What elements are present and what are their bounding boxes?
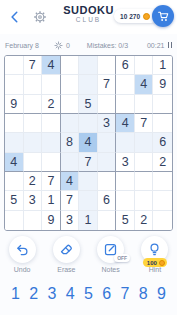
cell-r1c3[interactable]: 4 <box>42 56 61 75</box>
cell-r8c9[interactable] <box>153 191 172 210</box>
cell-r5c8[interactable] <box>135 133 154 152</box>
hint-cost-badge: 100 <box>143 258 167 267</box>
cell-r8c1[interactable]: 5 <box>5 191 24 210</box>
toolbar: Undo Erase OF <box>0 236 177 273</box>
cell-r7c5[interactable] <box>79 172 98 191</box>
cell-r2c9[interactable]: 9 <box>153 75 172 94</box>
cell-r9c3[interactable]: 9 <box>42 211 61 230</box>
hint-bulb-icon <box>147 242 162 257</box>
cell-r4c4[interactable] <box>61 114 80 133</box>
mistakes-area: Mistakes: 0/3 <box>81 42 134 49</box>
cell-r4c7[interactable]: 4 <box>116 114 135 133</box>
cell-r6c8[interactable] <box>135 153 154 172</box>
cell-r6c1[interactable]: 4 <box>5 153 24 172</box>
cell-r6c3[interactable] <box>42 153 61 172</box>
erase-label: Erase <box>57 266 75 273</box>
timer-value: 00:21 <box>147 42 165 49</box>
cell-r6c4[interactable] <box>61 153 80 172</box>
notes-button[interactable]: OFF Notes <box>91 236 131 273</box>
sudoku-app: SUDOKU CLUB 10 270 February 8 <box>0 0 177 315</box>
cell-r9c4[interactable]: 3 <box>61 211 80 230</box>
erase-button[interactable]: Erase <box>46 236 86 273</box>
cell-r3c9[interactable] <box>153 95 172 114</box>
cell-r3c5[interactable]: 5 <box>79 95 98 114</box>
cell-r4c6[interactable]: 3 <box>98 114 117 133</box>
cell-r1c6[interactable] <box>98 56 117 75</box>
cell-r2c7[interactable] <box>116 75 135 94</box>
undo-icon <box>15 242 30 257</box>
notes-label: Notes <box>101 266 119 273</box>
cell-r7c2[interactable]: 2 <box>24 172 43 191</box>
cell-r1c1[interactable] <box>5 56 24 75</box>
cell-r2c1[interactable] <box>5 75 24 94</box>
cell-r1c8[interactable] <box>135 56 154 75</box>
timer-area: 00:21 <box>134 42 172 49</box>
cell-r9c2[interactable] <box>24 211 43 230</box>
numpad-1[interactable]: 1 <box>7 285 24 303</box>
cell-r4c3[interactable] <box>42 114 61 133</box>
sudoku-board: 746174992534784647322745317693152 <box>4 55 173 231</box>
cell-r1c5[interactable] <box>79 56 98 75</box>
cell-r1c9[interactable]: 1 <box>153 56 172 75</box>
cell-r5c7[interactable] <box>116 133 135 152</box>
numpad-8[interactable]: 8 <box>135 285 152 303</box>
numpad-4[interactable]: 4 <box>62 285 79 303</box>
cell-r7c1[interactable] <box>5 172 24 191</box>
cell-r8c6[interactable]: 6 <box>98 191 117 210</box>
cell-r9c8[interactable]: 2 <box>135 211 154 230</box>
cell-r5c5[interactable]: 4 <box>79 133 98 152</box>
cell-r5c2[interactable] <box>24 133 43 152</box>
settings-button[interactable] <box>30 7 50 27</box>
cell-r3c6[interactable] <box>98 95 117 114</box>
back-chevron-icon <box>8 10 22 24</box>
numpad-5[interactable]: 5 <box>80 285 97 303</box>
date-label: February 8 <box>5 42 43 49</box>
cell-r5c9[interactable]: 6 <box>153 133 172 152</box>
shop-area: 10 270 <box>114 5 174 27</box>
cell-r9c6[interactable] <box>98 211 117 230</box>
cell-r3c8[interactable] <box>135 95 154 114</box>
score-area: 0 <box>43 41 81 50</box>
cell-r9c1[interactable] <box>5 211 24 230</box>
star-icon <box>54 41 63 50</box>
cell-r3c1[interactable]: 9 <box>5 95 24 114</box>
cell-r9c7[interactable]: 5 <box>116 211 135 230</box>
cell-r2c4[interactable] <box>61 75 80 94</box>
hint-button[interactable]: 100 Hint <box>135 236 175 273</box>
cell-r8c4[interactable]: 7 <box>61 191 80 210</box>
cell-r6c2[interactable] <box>24 153 43 172</box>
numpad-2[interactable]: 2 <box>25 285 42 303</box>
cell-r7c9[interactable] <box>153 172 172 191</box>
cell-r7c8[interactable] <box>135 172 154 191</box>
cell-r7c7[interactable] <box>116 172 135 191</box>
cell-r5c4[interactable]: 8 <box>61 133 80 152</box>
cell-r4c2[interactable] <box>24 114 43 133</box>
cart-icon <box>157 10 170 23</box>
hint-label: Hint <box>149 266 161 273</box>
status-bar: February 8 0 Mistakes: 0/3 00:21 <box>5 36 172 54</box>
cell-r6c9[interactable]: 2 <box>153 153 172 172</box>
cell-r9c5[interactable]: 1 <box>79 211 98 230</box>
cell-r5c1[interactable] <box>5 133 24 152</box>
cell-r7c6[interactable] <box>98 172 117 191</box>
numpad-9[interactable]: 9 <box>153 285 170 303</box>
top-bar: SUDOKU CLUB 10 270 <box>0 0 177 34</box>
cell-r1c4[interactable] <box>61 56 80 75</box>
cell-r2c2[interactable] <box>24 75 43 94</box>
cell-r3c2[interactable] <box>24 95 43 114</box>
cell-r3c7[interactable] <box>116 95 135 114</box>
cell-r3c4[interactable] <box>61 95 80 114</box>
cell-r6c5[interactable]: 7 <box>79 153 98 172</box>
hint-coin-icon <box>159 260 165 266</box>
cell-r2c5[interactable] <box>79 75 98 94</box>
cell-r3c3[interactable]: 2 <box>42 95 61 114</box>
cell-r8c8[interactable] <box>135 191 154 210</box>
cell-r4c8[interactable]: 7 <box>135 114 154 133</box>
cell-r8c3[interactable]: 1 <box>42 191 61 210</box>
cell-r4c5[interactable] <box>79 114 98 133</box>
cell-r4c9[interactable] <box>153 114 172 133</box>
cell-r8c7[interactable] <box>116 191 135 210</box>
number-pad: 123456789 <box>0 285 177 303</box>
back-button[interactable] <box>4 6 26 28</box>
cell-r2c3[interactable] <box>42 75 61 94</box>
cell-r2c6[interactable]: 7 <box>98 75 117 94</box>
cell-r8c5[interactable] <box>79 191 98 210</box>
cell-r1c7[interactable]: 6 <box>116 56 135 75</box>
cell-r9c9[interactable] <box>153 211 172 230</box>
score-value: 0 <box>66 42 70 49</box>
cell-r6c6[interactable] <box>98 153 117 172</box>
numpad-6[interactable]: 6 <box>98 285 115 303</box>
eraser-icon <box>59 242 74 257</box>
cell-r7c3[interactable]: 7 <box>42 172 61 191</box>
cell-r6c7[interactable]: 3 <box>116 153 135 172</box>
coin-amount: 10 270 <box>120 13 140 20</box>
cell-r7c4[interactable]: 4 <box>61 172 80 191</box>
mistakes-value: 0/3 <box>118 42 128 49</box>
notes-off-badge: OFF <box>114 254 130 262</box>
cell-r5c3[interactable] <box>42 133 61 152</box>
cell-r4c1[interactable] <box>5 114 24 133</box>
cell-r5c6[interactable] <box>98 133 117 152</box>
cell-r2c8[interactable]: 4 <box>135 75 154 94</box>
cell-r8c2[interactable]: 3 <box>24 191 43 210</box>
cell-r1c2[interactable]: 7 <box>24 56 43 75</box>
shop-button[interactable] <box>152 5 174 27</box>
gear-icon <box>33 10 47 24</box>
numpad-3[interactable]: 3 <box>44 285 61 303</box>
pause-button[interactable] <box>168 42 173 48</box>
hint-cost-value: 100 <box>147 260 157 266</box>
mistakes-label: Mistakes: <box>87 42 117 49</box>
coin-icon <box>143 13 150 20</box>
undo-label: Undo <box>14 266 31 273</box>
undo-button[interactable]: Undo <box>2 236 42 273</box>
numpad-7[interactable]: 7 <box>117 285 134 303</box>
